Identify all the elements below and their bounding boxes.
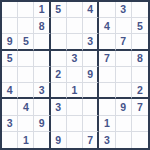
cell-r4c1[interactable]: 5 [2, 51, 18, 67]
cell-r1c3[interactable]: 1 [34, 2, 50, 18]
sudoku-board: 15438459537537829431243973911973 [0, 0, 150, 150]
cell-r5c3[interactable] [34, 67, 50, 83]
cell-r6c3[interactable]: 3 [34, 83, 50, 99]
cell-r2c8[interactable] [116, 18, 132, 34]
cell-r2c5[interactable] [67, 18, 83, 34]
cell-r1c6[interactable]: 4 [83, 2, 99, 18]
cell-r1c2[interactable] [18, 2, 34, 18]
cell-r2c7[interactable]: 4 [99, 18, 115, 34]
cell-r7c1[interactable] [2, 99, 18, 115]
cell-r6c4[interactable] [51, 83, 67, 99]
cell-r5c7[interactable] [99, 67, 115, 83]
cell-r5c9[interactable] [132, 67, 148, 83]
cell-r6c9[interactable]: 2 [132, 83, 148, 99]
cell-r4c8[interactable] [116, 51, 132, 67]
cell-r3c6[interactable]: 3 [83, 34, 99, 50]
cell-r5c4[interactable]: 2 [51, 67, 67, 83]
cell-r8c9[interactable] [132, 116, 148, 132]
cell-r7c8[interactable]: 9 [116, 99, 132, 115]
cell-r4c3[interactable] [34, 51, 50, 67]
cell-r1c4[interactable]: 5 [51, 2, 67, 18]
cell-r8c2[interactable] [18, 116, 34, 132]
cell-r1c1[interactable] [2, 2, 18, 18]
cell-r9c9[interactable] [132, 132, 148, 148]
cell-r3c3[interactable] [34, 34, 50, 50]
cell-r9c8[interactable] [116, 132, 132, 148]
cell-r4c2[interactable] [18, 51, 34, 67]
cell-r9c1[interactable] [2, 132, 18, 148]
cell-r3c2[interactable]: 5 [18, 34, 34, 50]
cell-r6c5[interactable]: 1 [67, 83, 83, 99]
cell-r6c1[interactable]: 4 [2, 83, 18, 99]
cell-r1c8[interactable]: 3 [116, 2, 132, 18]
cell-r3c9[interactable] [132, 34, 148, 50]
cell-r6c8[interactable] [116, 83, 132, 99]
cell-r4c4[interactable] [51, 51, 67, 67]
cell-r9c2[interactable]: 1 [18, 132, 34, 148]
cell-r5c1[interactable] [2, 67, 18, 83]
cell-r7c4[interactable]: 3 [51, 99, 67, 115]
cell-r7c9[interactable]: 7 [132, 99, 148, 115]
cell-r2c3[interactable]: 8 [34, 18, 50, 34]
cell-r8c6[interactable] [83, 116, 99, 132]
cell-r7c7[interactable] [99, 99, 115, 115]
cell-r7c6[interactable] [83, 99, 99, 115]
cell-r4c5[interactable]: 3 [67, 51, 83, 67]
cell-r9c4[interactable]: 9 [51, 132, 67, 148]
cell-r3c1[interactable]: 9 [2, 34, 18, 50]
cell-r6c2[interactable] [18, 83, 34, 99]
cell-r5c6[interactable]: 9 [83, 67, 99, 83]
cell-r2c2[interactable] [18, 18, 34, 34]
cell-r2c6[interactable] [83, 18, 99, 34]
cell-r7c2[interactable]: 4 [18, 99, 34, 115]
cell-r2c1[interactable] [2, 18, 18, 34]
cell-r3c4[interactable] [51, 34, 67, 50]
cell-r3c7[interactable] [99, 34, 115, 50]
cell-r8c7[interactable]: 1 [99, 116, 115, 132]
cell-r4c9[interactable]: 8 [132, 51, 148, 67]
cell-r2c9[interactable]: 5 [132, 18, 148, 34]
cell-r2c4[interactable] [51, 18, 67, 34]
cell-r3c5[interactable] [67, 34, 83, 50]
cell-r8c4[interactable] [51, 116, 67, 132]
cell-r5c8[interactable] [116, 67, 132, 83]
cell-r8c1[interactable]: 3 [2, 116, 18, 132]
cell-r3c8[interactable]: 7 [116, 34, 132, 50]
cell-r7c5[interactable] [67, 99, 83, 115]
cell-r9c3[interactable] [34, 132, 50, 148]
cell-r1c5[interactable] [67, 2, 83, 18]
cell-r1c9[interactable] [132, 2, 148, 18]
cell-r9c5[interactable] [67, 132, 83, 148]
cell-r4c7[interactable]: 7 [99, 51, 115, 67]
cell-r1c7[interactable] [99, 2, 115, 18]
cell-r8c8[interactable] [116, 116, 132, 132]
cell-r5c2[interactable] [18, 67, 34, 83]
cell-r6c6[interactable] [83, 83, 99, 99]
cell-r4c6[interactable] [83, 51, 99, 67]
cell-r8c3[interactable]: 9 [34, 116, 50, 132]
cell-r9c6[interactable]: 7 [83, 132, 99, 148]
cell-r6c7[interactable] [99, 83, 115, 99]
cell-r5c5[interactable] [67, 67, 83, 83]
cell-r9c7[interactable]: 3 [99, 132, 115, 148]
cell-r7c3[interactable] [34, 99, 50, 115]
cell-r8c5[interactable] [67, 116, 83, 132]
